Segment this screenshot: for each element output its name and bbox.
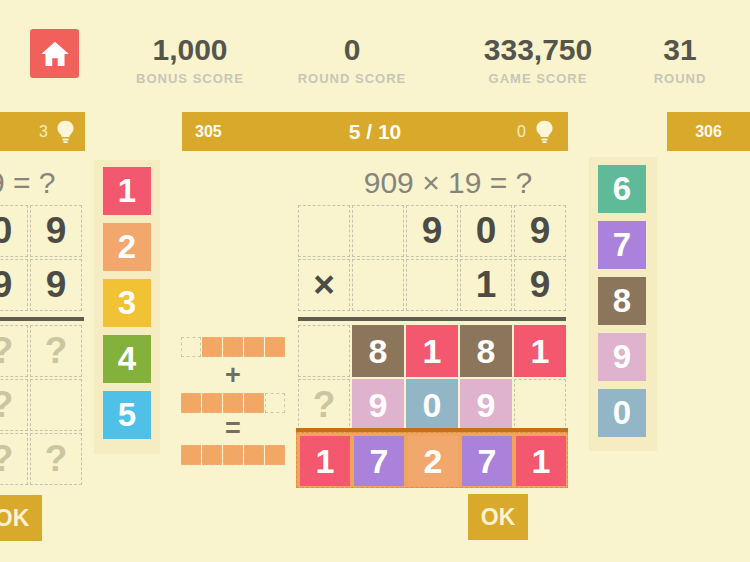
- given-cell: 1: [460, 259, 512, 311]
- given-cell: 9: [0, 259, 28, 311]
- empty-cell[interactable]: [30, 379, 82, 431]
- schematic-filled-square: [265, 337, 285, 357]
- ok-button[interactable]: OK: [468, 494, 528, 540]
- answer-row: 17271: [300, 436, 566, 486]
- partial-product2-row: ?909: [298, 379, 566, 431]
- round-stat: 31 ROUND: [595, 34, 750, 86]
- given-cell: 9: [30, 205, 82, 257]
- schematic-row-partial1: [181, 337, 285, 357]
- schematic-filled-square: [223, 337, 243, 357]
- hint-cell: ?: [30, 433, 82, 485]
- schematic-filled-square: [181, 393, 201, 413]
- left-digit-palette: 12345: [103, 167, 151, 439]
- multiplication-line: [298, 317, 566, 321]
- given-cell: 9: [514, 205, 566, 257]
- palette-digit-2[interactable]: 2: [103, 223, 151, 271]
- digit-tile-8[interactable]: 8: [460, 325, 512, 377]
- given-cell: 9: [514, 259, 566, 311]
- schematic-equals-sign: =: [181, 415, 285, 441]
- home-button[interactable]: [30, 29, 79, 78]
- schematic-row-result: [181, 445, 285, 465]
- lightbulb-icon[interactable]: [55, 119, 76, 145]
- empty-cell[interactable]: [298, 325, 350, 377]
- empty-cell[interactable]: [352, 205, 404, 257]
- progress-bar: 305 5 / 10 0: [182, 112, 568, 151]
- schematic-row-partial2: [181, 393, 285, 413]
- right-digit-palette: 67890: [598, 165, 646, 437]
- palette-digit-3[interactable]: 3: [103, 279, 151, 327]
- palette-digit-1[interactable]: 1: [103, 167, 151, 215]
- bonus-score-stat: 1,000 BONUS SCORE: [105, 34, 275, 86]
- given-cell: 9: [30, 259, 82, 311]
- left-hint-count: 3: [39, 123, 48, 141]
- empty-cell[interactable]: [514, 379, 566, 431]
- schematic-empty-square: [181, 337, 201, 357]
- given-cell: 9: [406, 205, 458, 257]
- palette-digit-7[interactable]: 7: [598, 221, 646, 269]
- left-hint-bar: 3: [0, 112, 85, 151]
- round-value: 31: [595, 34, 750, 66]
- digit-tile-2[interactable]: 2: [408, 436, 458, 486]
- hint-cell: ?: [30, 325, 82, 377]
- left-multiplication-line: [0, 317, 84, 321]
- hint-cell: ?: [0, 379, 28, 431]
- left-grid-row: ??: [0, 433, 82, 485]
- hint-cell: ?: [0, 433, 28, 485]
- digit-tile-7[interactable]: 7: [462, 436, 512, 486]
- schematic-plus-sign: +: [181, 362, 285, 388]
- digit-tile-1[interactable]: 1: [514, 325, 566, 377]
- round-score-stat: 0 ROUND SCORE: [267, 34, 437, 86]
- multiplier-row: ×19: [298, 259, 566, 311]
- left-grid-row: 09: [0, 205, 82, 257]
- digit-tile-9[interactable]: 9: [352, 379, 404, 431]
- digit-tile-7[interactable]: 7: [354, 436, 404, 486]
- palette-digit-0[interactable]: 0: [598, 389, 646, 437]
- palette-digit-9[interactable]: 9: [598, 333, 646, 381]
- partial-product1-row: 8181: [298, 325, 566, 377]
- multiplicand-row: 909: [298, 205, 566, 257]
- round-score-label: ROUND SCORE: [267, 71, 437, 86]
- left-grid-row: 99: [0, 259, 82, 311]
- left-ok-button[interactable]: OK: [0, 495, 42, 541]
- next-puzzle-bar: 306: [667, 112, 750, 151]
- schematic-filled-square: [244, 393, 264, 413]
- digit-tile-1[interactable]: 1: [300, 436, 350, 486]
- schematic-filled-square: [265, 445, 285, 465]
- schematic-filled-square: [202, 393, 222, 413]
- next-puzzle-number: 306: [695, 123, 722, 141]
- palette-digit-4[interactable]: 4: [103, 335, 151, 383]
- digit-tile-9[interactable]: 9: [460, 379, 512, 431]
- palette-digit-8[interactable]: 8: [598, 277, 646, 325]
- home-icon: [40, 39, 70, 69]
- bonus-score-label: BONUS SCORE: [105, 71, 275, 86]
- palette-digit-6[interactable]: 6: [598, 165, 646, 213]
- left-panel-equation: 9 = ?: [0, 166, 56, 200]
- given-cell: ×: [298, 259, 350, 311]
- bonus-score-value: 1,000: [105, 34, 275, 66]
- round-progress: 5 / 10: [182, 120, 568, 144]
- schematic-filled-square: [202, 337, 222, 357]
- math-game-screen: 1,000 BONUS SCORE 0 ROUND SCORE 333,750 …: [0, 0, 750, 562]
- hint-cell: ?: [298, 379, 350, 431]
- round-label: ROUND: [595, 71, 750, 86]
- schematic-filled-square: [202, 445, 222, 465]
- schematic-empty-square: [265, 393, 285, 413]
- schematic-filled-square: [244, 337, 264, 357]
- empty-cell[interactable]: [298, 205, 350, 257]
- left-grid-row: ??: [0, 325, 82, 377]
- given-cell: 0: [460, 205, 512, 257]
- round-score-value: 0: [267, 34, 437, 66]
- palette-digit-5[interactable]: 5: [103, 391, 151, 439]
- hint-cell: ?: [0, 325, 28, 377]
- puzzle-equation: 909 × 19 = ?: [298, 166, 598, 200]
- empty-cell[interactable]: [406, 259, 458, 311]
- schematic-filled-square: [244, 445, 264, 465]
- digit-tile-0[interactable]: 0: [406, 379, 458, 431]
- left-grid-row: ?: [0, 379, 82, 431]
- empty-cell[interactable]: [352, 259, 404, 311]
- schematic-filled-square: [223, 393, 243, 413]
- schematic-filled-square: [223, 445, 243, 465]
- given-cell: 0: [0, 205, 28, 257]
- digit-tile-1[interactable]: 1: [406, 325, 458, 377]
- digit-tile-8[interactable]: 8: [352, 325, 404, 377]
- schematic-filled-square: [181, 445, 201, 465]
- digit-tile-1[interactable]: 1: [516, 436, 566, 486]
